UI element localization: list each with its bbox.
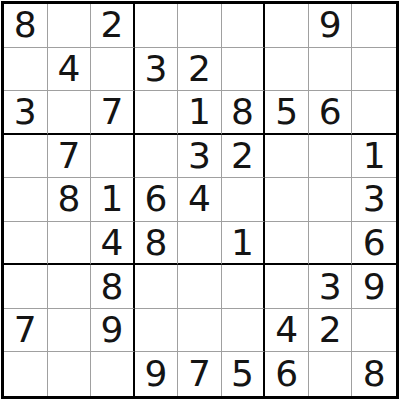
cell-r6c8[interactable] — [309, 222, 353, 266]
cell-r3c3[interactable]: 7 — [91, 91, 135, 135]
cell-r2c1[interactable] — [4, 48, 48, 92]
cell-r8c9[interactable] — [352, 309, 396, 353]
cell-r3c7[interactable]: 5 — [265, 91, 309, 135]
cell-r7c2[interactable] — [48, 265, 92, 309]
cell-r5c2[interactable]: 8 — [48, 178, 92, 222]
cell-r6c9[interactable]: 6 — [352, 222, 396, 266]
cell-r2c9[interactable] — [352, 48, 396, 92]
cell-r3c4[interactable] — [135, 91, 179, 135]
cell-r1c1[interactable]: 8 — [4, 4, 48, 48]
cell-r6c1[interactable] — [4, 222, 48, 266]
cell-r4c7[interactable] — [265, 135, 309, 179]
cell-r8c3[interactable]: 9 — [91, 309, 135, 353]
cell-r4c9[interactable]: 1 — [352, 135, 396, 179]
cell-r5c3[interactable]: 1 — [91, 178, 135, 222]
cell-r1c8[interactable]: 9 — [309, 4, 353, 48]
cell-r7c5[interactable] — [178, 265, 222, 309]
cell-r9c6[interactable]: 5 — [222, 352, 266, 396]
cell-r8c1[interactable]: 7 — [4, 309, 48, 353]
cell-r9c5[interactable]: 7 — [178, 352, 222, 396]
cell-r7c6[interactable] — [222, 265, 266, 309]
cell-r4c8[interactable] — [309, 135, 353, 179]
cell-r4c4[interactable] — [135, 135, 179, 179]
cell-r4c6[interactable]: 2 — [222, 135, 266, 179]
cell-r3c8[interactable]: 6 — [309, 91, 353, 135]
cell-r8c2[interactable] — [48, 309, 92, 353]
cell-r1c3[interactable]: 2 — [91, 4, 135, 48]
cell-r6c3[interactable]: 4 — [91, 222, 135, 266]
cell-r5c8[interactable] — [309, 178, 353, 222]
cell-r4c3[interactable] — [91, 135, 135, 179]
cell-r8c6[interactable] — [222, 309, 266, 353]
cell-r9c1[interactable] — [4, 352, 48, 396]
cell-r2c6[interactable] — [222, 48, 266, 92]
cell-r9c9[interactable]: 8 — [352, 352, 396, 396]
cell-r4c5[interactable]: 3 — [178, 135, 222, 179]
cell-r7c4[interactable] — [135, 265, 179, 309]
cell-r3c6[interactable]: 8 — [222, 91, 266, 135]
cell-r9c2[interactable] — [48, 352, 92, 396]
cell-r5c1[interactable] — [4, 178, 48, 222]
cell-r5c7[interactable] — [265, 178, 309, 222]
cell-r3c2[interactable] — [48, 91, 92, 135]
cell-r7c9[interactable]: 9 — [352, 265, 396, 309]
cell-r3c1[interactable]: 3 — [4, 91, 48, 135]
cell-r7c8[interactable]: 3 — [309, 265, 353, 309]
sudoku-board: 8294323718567321816434816839794297568 — [1, 1, 399, 399]
cell-r7c7[interactable] — [265, 265, 309, 309]
cell-r1c2[interactable] — [48, 4, 92, 48]
cell-r2c4[interactable]: 3 — [135, 48, 179, 92]
cell-r8c4[interactable] — [135, 309, 179, 353]
cell-r8c5[interactable] — [178, 309, 222, 353]
cell-r7c3[interactable]: 8 — [91, 265, 135, 309]
cell-r6c4[interactable]: 8 — [135, 222, 179, 266]
cell-r6c6[interactable]: 1 — [222, 222, 266, 266]
cell-r7c1[interactable] — [4, 265, 48, 309]
cell-r2c3[interactable] — [91, 48, 135, 92]
cell-r6c5[interactable] — [178, 222, 222, 266]
cell-r2c2[interactable]: 4 — [48, 48, 92, 92]
cell-r5c4[interactable]: 6 — [135, 178, 179, 222]
cell-r6c7[interactable] — [265, 222, 309, 266]
cell-r2c8[interactable] — [309, 48, 353, 92]
cell-r4c2[interactable]: 7 — [48, 135, 92, 179]
cell-r5c5[interactable]: 4 — [178, 178, 222, 222]
cell-r1c6[interactable] — [222, 4, 266, 48]
cell-r2c5[interactable]: 2 — [178, 48, 222, 92]
cell-r1c5[interactable] — [178, 4, 222, 48]
cell-r1c4[interactable] — [135, 4, 179, 48]
cell-r9c3[interactable] — [91, 352, 135, 396]
cell-r1c9[interactable] — [352, 4, 396, 48]
cell-r5c6[interactable] — [222, 178, 266, 222]
cell-r8c7[interactable]: 4 — [265, 309, 309, 353]
cell-r8c8[interactable]: 2 — [309, 309, 353, 353]
cell-r4c1[interactable] — [4, 135, 48, 179]
cell-r6c2[interactable] — [48, 222, 92, 266]
cell-r3c9[interactable] — [352, 91, 396, 135]
sudoku-page: 8294323718567321816434816839794297568 — [0, 0, 400, 400]
cell-r9c8[interactable] — [309, 352, 353, 396]
cell-r3c5[interactable]: 1 — [178, 91, 222, 135]
cell-r1c7[interactable] — [265, 4, 309, 48]
cell-r2c7[interactable] — [265, 48, 309, 92]
cell-r9c4[interactable]: 9 — [135, 352, 179, 396]
cell-r9c7[interactable]: 6 — [265, 352, 309, 396]
cell-r5c9[interactable]: 3 — [352, 178, 396, 222]
